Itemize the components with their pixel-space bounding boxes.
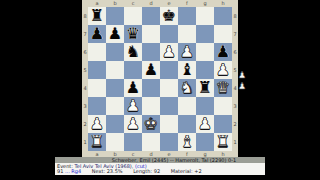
rank-label-8: 8 bbox=[232, 7, 238, 25]
square-h6: ♟ bbox=[214, 43, 232, 61]
length-label: Length: bbox=[133, 168, 152, 174]
material-label: Material: bbox=[171, 168, 193, 174]
square-a2: ♟ bbox=[88, 115, 106, 133]
square-f8 bbox=[178, 7, 196, 25]
white-pawn: ♟ bbox=[126, 115, 140, 133]
file-label-e: e bbox=[160, 0, 178, 7]
square-g4: ♜ bbox=[196, 79, 214, 97]
black-rook: ♜ bbox=[198, 79, 212, 97]
black-rook: ♜ bbox=[90, 7, 104, 25]
square-f1: ♝ bbox=[178, 133, 196, 151]
square-h2 bbox=[214, 115, 232, 133]
length-value: 92 bbox=[154, 168, 160, 174]
square-e7 bbox=[160, 25, 178, 43]
square-d4 bbox=[142, 79, 160, 97]
move-info-line: 91 ... Rg4 Next: 23.5% Length: 92 Materi… bbox=[57, 169, 263, 174]
square-g3 bbox=[196, 97, 214, 115]
square-c8 bbox=[124, 7, 142, 25]
square-e6: ♟ bbox=[160, 43, 178, 61]
file-labels-top: abcdefgh bbox=[82, 0, 238, 7]
square-d8 bbox=[142, 7, 160, 25]
square-e4 bbox=[160, 79, 178, 97]
square-f7 bbox=[178, 25, 196, 43]
video-frame: abcdefgh 87654321 ♜♚♟♟♛♞♟♟♟♟♝♟♟♞♜♛♟♟♟♚♟♜… bbox=[0, 0, 320, 180]
square-e8: ♚ bbox=[160, 7, 178, 25]
square-b1 bbox=[106, 133, 124, 151]
file-label-d: d bbox=[142, 0, 160, 7]
next-value: 23.5% bbox=[107, 168, 123, 174]
square-e1 bbox=[160, 133, 178, 151]
square-a1: ♜ bbox=[88, 133, 106, 151]
square-b3 bbox=[106, 97, 124, 115]
black-bishop: ♝ bbox=[180, 61, 194, 79]
square-b7: ♟ bbox=[106, 25, 124, 43]
black-pawn: ♟ bbox=[90, 25, 104, 43]
square-d3 bbox=[142, 97, 160, 115]
square-a3 bbox=[88, 97, 106, 115]
board-squares: ♜♚♟♟♛♞♟♟♟♟♝♟♟♞♜♛♟♟♟♚♟♜♝♜ bbox=[88, 7, 232, 151]
white-pawn: ♟ bbox=[216, 61, 230, 79]
square-f3 bbox=[178, 97, 196, 115]
white-knight: ♞ bbox=[180, 79, 194, 97]
square-h1: ♜ bbox=[214, 133, 232, 151]
white-rook: ♜ bbox=[216, 133, 230, 151]
info-banner: Event: Tel Aviv Tel Aviv (1968), (cut) 9… bbox=[55, 163, 265, 175]
square-g2: ♟ bbox=[196, 115, 214, 133]
black-pawn: ♟ bbox=[126, 79, 140, 97]
rank-label-7: 7 bbox=[232, 25, 238, 43]
file-label-c: c bbox=[124, 0, 142, 7]
square-g7 bbox=[196, 25, 214, 43]
chess-board: abcdefgh 87654321 ♜♚♟♟♛♞♟♟♟♟♝♟♟♞♜♛♟♟♟♚♟♜… bbox=[82, 0, 238, 158]
white-pawn-icon: ♟ bbox=[238, 70, 246, 81]
move-played: ... Rg4 bbox=[65, 168, 81, 174]
file-label-a: a bbox=[88, 0, 106, 7]
rank-label-3: 3 bbox=[232, 97, 238, 115]
square-d6 bbox=[142, 43, 160, 61]
black-pawn: ♟ bbox=[216, 43, 230, 61]
square-c1 bbox=[124, 133, 142, 151]
white-bishop: ♝ bbox=[180, 133, 194, 151]
square-a7: ♟ bbox=[88, 25, 106, 43]
rank-label-6: 6 bbox=[232, 43, 238, 61]
white-pawn-icon: ♟ bbox=[238, 81, 246, 92]
square-b4 bbox=[106, 79, 124, 97]
square-h8 bbox=[214, 7, 232, 25]
square-c7: ♛ bbox=[124, 25, 142, 43]
square-h3 bbox=[214, 97, 232, 115]
white-pawn: ♟ bbox=[198, 115, 212, 133]
next-label: Next: bbox=[92, 168, 105, 174]
white-pawn: ♟ bbox=[90, 115, 104, 133]
black-pawn: ♟ bbox=[144, 61, 158, 79]
square-b8 bbox=[106, 7, 124, 25]
file-label-h: h bbox=[214, 0, 232, 7]
square-g5 bbox=[196, 61, 214, 79]
square-a5 bbox=[88, 61, 106, 79]
square-c5 bbox=[124, 61, 142, 79]
square-b2 bbox=[106, 115, 124, 133]
white-pawn: ♟ bbox=[180, 43, 194, 61]
square-d7 bbox=[142, 25, 160, 43]
square-c3: ♟ bbox=[124, 97, 142, 115]
white-queen: ♛ bbox=[216, 79, 230, 97]
square-d5: ♟ bbox=[142, 61, 160, 79]
black-knight: ♞ bbox=[126, 43, 140, 61]
square-h7 bbox=[214, 25, 232, 43]
square-c4: ♟ bbox=[124, 79, 142, 97]
file-label-f: f bbox=[178, 0, 196, 7]
square-g8 bbox=[196, 7, 214, 25]
square-e2 bbox=[160, 115, 178, 133]
square-a6 bbox=[88, 43, 106, 61]
move-number: 91 bbox=[57, 168, 63, 174]
square-f5: ♝ bbox=[178, 61, 196, 79]
white-pawn: ♟ bbox=[126, 97, 140, 115]
black-pawn: ♟ bbox=[108, 25, 122, 43]
square-h5: ♟ bbox=[214, 61, 232, 79]
white-pawn: ♟ bbox=[162, 43, 176, 61]
square-d2: ♚ bbox=[142, 115, 160, 133]
square-h4: ♛ bbox=[214, 79, 232, 97]
white-king: ♚ bbox=[144, 115, 158, 133]
square-e3 bbox=[160, 97, 178, 115]
rank-label-2: 2 bbox=[232, 115, 238, 133]
rank-label-1: 1 bbox=[232, 133, 238, 151]
square-d1 bbox=[142, 133, 160, 151]
file-label-g: g bbox=[196, 0, 214, 7]
square-f4: ♞ bbox=[178, 79, 196, 97]
white-rook: ♜ bbox=[90, 133, 104, 151]
square-c2: ♟ bbox=[124, 115, 142, 133]
square-b6 bbox=[106, 43, 124, 61]
square-g6 bbox=[196, 43, 214, 61]
square-a8: ♜ bbox=[88, 7, 106, 25]
square-g1 bbox=[196, 133, 214, 151]
captured-material-tray: ♟♟ bbox=[238, 70, 246, 92]
square-a4 bbox=[88, 79, 106, 97]
square-f6: ♟ bbox=[178, 43, 196, 61]
square-e5 bbox=[160, 61, 178, 79]
file-label-b: b bbox=[106, 0, 124, 7]
material-value: +2 bbox=[194, 168, 201, 174]
square-c6: ♞ bbox=[124, 43, 142, 61]
black-king: ♚ bbox=[162, 7, 176, 25]
black-queen: ♛ bbox=[126, 25, 140, 43]
square-b5 bbox=[106, 61, 124, 79]
square-f2 bbox=[178, 115, 196, 133]
